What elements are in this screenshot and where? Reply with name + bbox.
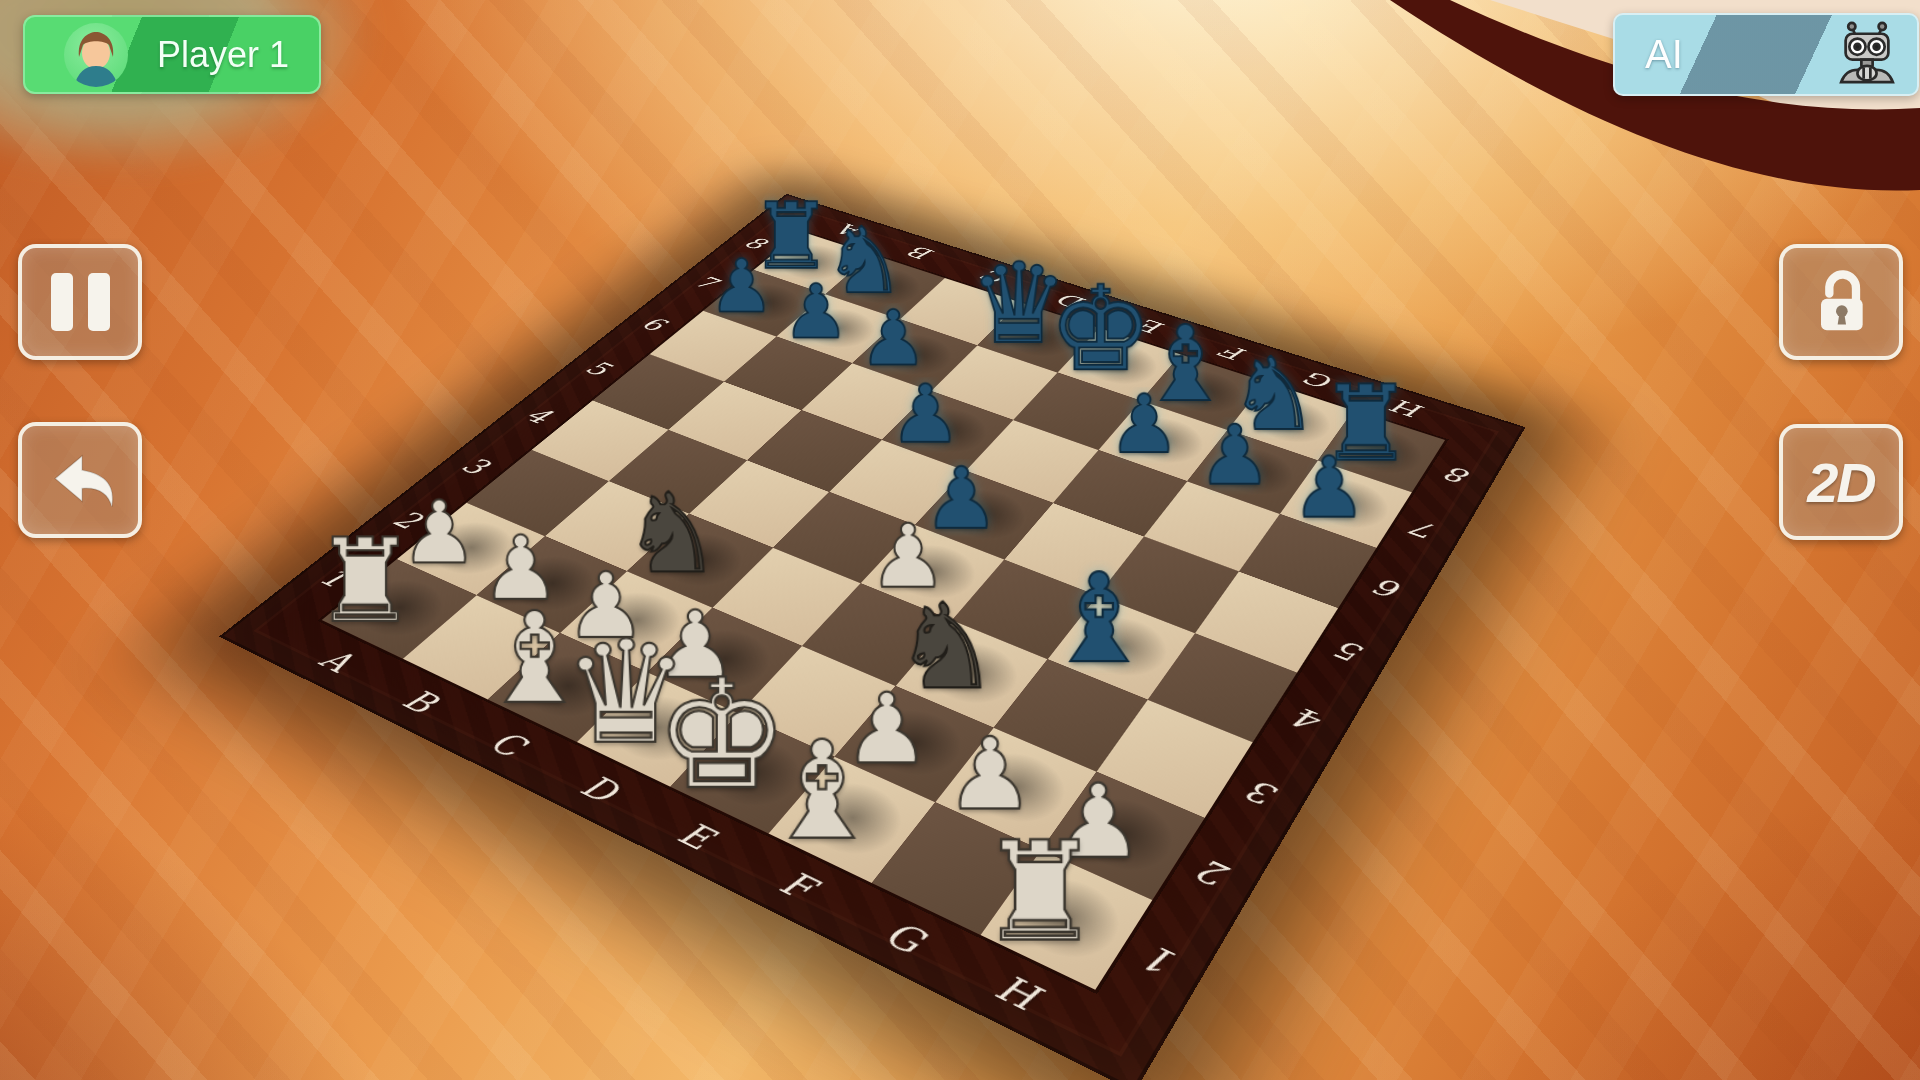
piece-black-pawn-g7[interactable]: ♟ xyxy=(1198,417,1272,495)
rank-label-right-4: 4 xyxy=(1290,702,1330,739)
player-name: Player 1 xyxy=(133,17,313,92)
file-label-near-G: G xyxy=(876,913,931,962)
file-label-near-C: C xyxy=(481,724,534,764)
piece-black-pawn-h7[interactable]: ♟ xyxy=(1291,449,1366,529)
piece-black-bishop-g4[interactable]: ♝ xyxy=(1044,560,1154,677)
rank-label-right-5: 5 xyxy=(1333,635,1371,669)
piece-white-bishop-f1[interactable]: ♝ xyxy=(762,726,883,854)
rank-label-right-8: 8 xyxy=(1443,462,1476,489)
rank-label-right-2: 2 xyxy=(1193,853,1237,896)
robot-icon xyxy=(1831,18,1903,90)
pause-button[interactable] xyxy=(18,244,142,360)
pause-icon xyxy=(51,273,110,331)
player-avatar xyxy=(64,23,128,87)
chess-board[interactable]: AABBCCDDEEFFGGHH1122334455667788 ♜♞♛♚♝♞♜… xyxy=(219,194,1525,1080)
board-grid[interactable]: ♜♞♛♚♝♞♜♟♟♟♟♟♟♟♟♟♝♞♞♟♟♟♟♟♟♟♜♝♛♚♝♜ xyxy=(322,231,1445,989)
file-label-far-B: B xyxy=(905,243,940,264)
ai-name: AI xyxy=(1645,15,1683,94)
open-padlock-icon xyxy=(1801,262,1881,342)
piece-white-pawn-g2[interactable]: ♟ xyxy=(945,728,1034,823)
file-label-near-B: B xyxy=(394,683,445,720)
piece-white-rook-h1[interactable]: ♜ xyxy=(978,828,1101,958)
lock-button[interactable] xyxy=(1779,244,1903,360)
piece-black-pawn-c7[interactable]: ♟ xyxy=(859,303,927,375)
view-2d-label: 2D xyxy=(1807,450,1875,515)
rank-label-left-3: 3 xyxy=(454,452,496,479)
game-scene: AABBCCDDEEFFGGHH1122334455667788 ♜♞♛♚♝♞♜… xyxy=(0,0,1920,1080)
undo-arrow-icon xyxy=(41,446,119,514)
file-label-near-D: D xyxy=(572,768,626,810)
rank-label-right-3: 3 xyxy=(1244,774,1286,814)
rank-label-left-5: 5 xyxy=(579,356,617,380)
person-icon xyxy=(64,23,128,87)
rank-label-right-7: 7 xyxy=(1409,516,1444,545)
rank-label-left-6: 6 xyxy=(635,313,671,335)
view-2d-button[interactable]: 2D xyxy=(1779,424,1903,540)
piece-black-pawn-b7[interactable]: ♟ xyxy=(782,277,849,348)
file-label-near-E: E xyxy=(670,814,722,857)
undo-button[interactable] xyxy=(18,422,142,538)
piece-white-rook-a1[interactable]: ♜ xyxy=(313,527,417,637)
rank-label-left-4: 4 xyxy=(519,403,559,428)
file-label-near-A: A xyxy=(311,643,362,679)
piece-black-pawn-a7[interactable]: ♟ xyxy=(709,252,775,322)
file-label-near-F: F xyxy=(772,863,823,908)
piece-black-pawn-d6[interactable]: ♟ xyxy=(889,377,961,453)
piece-black-pawn-f7[interactable]: ♟ xyxy=(1108,387,1180,464)
rank-label-right-6: 6 xyxy=(1372,574,1408,606)
ai-banner: AI xyxy=(1613,13,1919,96)
player-banner: Player 1 xyxy=(23,15,321,94)
rank-label-right-1: 1 xyxy=(1139,938,1186,985)
file-label-near-H: H xyxy=(988,966,1046,1019)
